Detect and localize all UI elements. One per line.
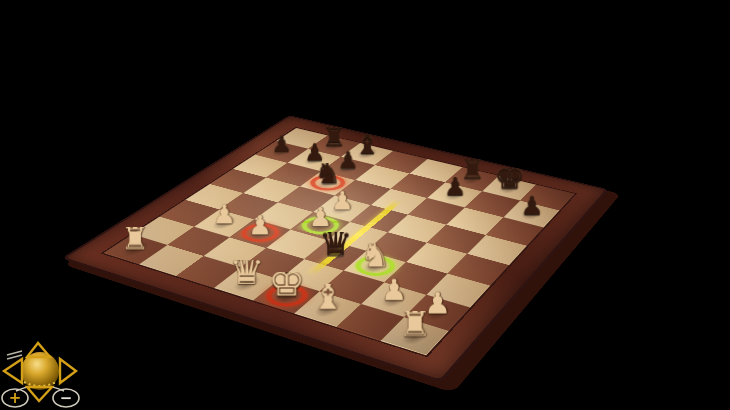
square-h1[interactable]: ♜: [381, 317, 449, 355]
zoom-out-button[interactable]: −: [53, 389, 79, 407]
square-h7[interactable]: ♟: [504, 201, 560, 228]
piece-white-rook-h1[interactable]: ♜: [390, 311, 441, 362]
chess-board[interactable]: ♜♟♟♟♜♟♞♟♝♛♟♟♚♛♝♞♟♜♟♚♜♟♟: [104, 128, 575, 355]
piece-black-pawn-h7[interactable]: ♟: [511, 192, 554, 235]
piece-black-pawn-f7[interactable]: ♟: [434, 174, 475, 215]
app-screen: ♜♟♟♟♜♟♞♟♝♛♟♟♚♛♝♞♟♜♟♚♜♟♟ +: [0, 0, 730, 410]
zoom-out-label: −: [60, 389, 73, 407]
square-f7[interactable]: ♟: [427, 182, 482, 207]
chess-board-frame: ♜♟♟♟♜♟♞♟♝♛♟♟♚♛♝♞♟♜♟♚♜♟♟: [61, 115, 609, 382]
rotate-left-arrow-button[interactable]: [4, 359, 22, 383]
camera-nav-widget[interactable]: + −: [0, 330, 120, 410]
zoom-in-label: +: [9, 389, 22, 407]
zoom-in-button[interactable]: +: [2, 389, 28, 407]
rotate-right-arrow-button[interactable]: [60, 359, 76, 383]
pan-lines-icon[interactable]: [7, 351, 22, 359]
